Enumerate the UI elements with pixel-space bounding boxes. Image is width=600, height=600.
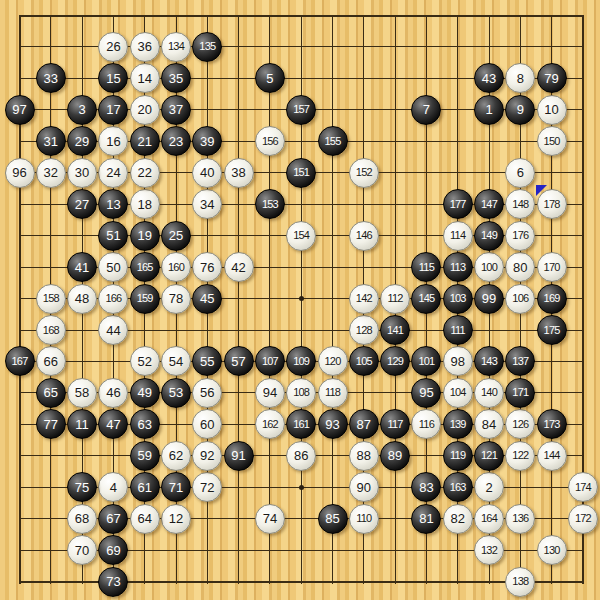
stone-169: 169: [537, 284, 567, 314]
move-number: 62: [169, 449, 183, 462]
stone-156: 156: [255, 126, 285, 156]
move-number: 21: [137, 135, 151, 148]
stone-85: 85: [318, 504, 348, 534]
move-number: 71: [169, 481, 183, 494]
stone-61: 61: [130, 472, 160, 502]
stone-42: 42: [224, 252, 254, 282]
stone-176: 176: [505, 221, 535, 251]
move-number: 137: [512, 356, 528, 367]
star-point: [299, 296, 304, 301]
stone-2: 2: [474, 472, 504, 502]
move-number: 140: [481, 387, 497, 398]
stone-89: 89: [380, 441, 410, 471]
move-number: 43: [482, 72, 496, 85]
stone-73: 73: [98, 567, 128, 597]
stone-22: 22: [130, 158, 160, 188]
stone-142: 142: [349, 284, 379, 314]
stone-69: 69: [98, 535, 128, 565]
move-number: 9: [517, 103, 524, 116]
move-number: 10: [544, 103, 558, 116]
stone-116: 116: [411, 409, 441, 439]
move-number: 42: [231, 261, 245, 274]
stone-36: 36: [130, 32, 160, 62]
stone-88: 88: [349, 441, 379, 471]
move-number: 52: [137, 355, 151, 368]
stone-141: 141: [380, 315, 410, 345]
stone-93: 93: [318, 409, 348, 439]
go-board[interactable]: 1234567891011121314151617181920212223242…: [0, 0, 600, 600]
stone-107: 107: [255, 346, 285, 376]
stone-111: 111: [443, 315, 473, 345]
move-number: 129: [387, 356, 403, 367]
move-number: 17: [106, 103, 120, 116]
move-number: 111: [451, 325, 465, 336]
move-number: 162: [262, 419, 278, 430]
stone-35: 35: [161, 63, 191, 93]
stone-63: 63: [130, 409, 160, 439]
stone-166: 166: [98, 284, 128, 314]
move-number: 161: [293, 419, 309, 430]
stone-39: 39: [192, 126, 222, 156]
stone-80: 80: [505, 252, 535, 282]
stone-8: 8: [505, 63, 535, 93]
stone-43: 43: [474, 63, 504, 93]
stone-12: 12: [161, 504, 191, 534]
stone-109: 109: [286, 346, 316, 376]
stone-97: 97: [5, 95, 35, 125]
move-number: 70: [75, 544, 89, 557]
move-number: 95: [419, 386, 433, 399]
move-number: 4: [110, 481, 117, 494]
stone-173: 173: [537, 409, 567, 439]
move-number: 159: [137, 293, 153, 304]
move-number: 117: [388, 419, 403, 430]
stone-83: 83: [411, 472, 441, 502]
stone-82: 82: [443, 504, 473, 534]
stone-24: 24: [98, 158, 128, 188]
stone-120: 120: [318, 346, 348, 376]
move-number: 27: [75, 198, 89, 211]
move-number: 61: [137, 481, 151, 494]
move-number: 92: [200, 449, 214, 462]
move-number: 118: [325, 387, 340, 398]
move-number: 122: [512, 450, 528, 461]
move-number: 93: [325, 418, 339, 431]
move-number: 100: [481, 262, 497, 273]
stone-161: 161: [286, 409, 316, 439]
stone-92: 92: [192, 441, 222, 471]
move-number: 24: [106, 166, 120, 179]
stone-64: 64: [130, 504, 160, 534]
move-number: 84: [482, 418, 496, 431]
stone-77: 77: [36, 409, 66, 439]
stone-140: 140: [474, 378, 504, 408]
move-number: 49: [137, 386, 151, 399]
stone-172: 172: [568, 504, 598, 534]
move-number: 145: [418, 293, 434, 304]
move-number: 176: [512, 230, 528, 241]
stone-15: 15: [98, 63, 128, 93]
move-number: 16: [106, 135, 120, 148]
stone-112: 112: [380, 284, 410, 314]
move-number: 116: [419, 419, 434, 430]
move-number: 34: [200, 198, 214, 211]
stone-55: 55: [192, 346, 222, 376]
grid-line-vertical: [332, 16, 333, 584]
move-number: 55: [200, 355, 214, 368]
stone-119: 119: [443, 441, 473, 471]
move-number: 106: [512, 293, 528, 304]
stone-98: 98: [443, 346, 473, 376]
stone-167: 167: [5, 346, 35, 376]
move-number: 177: [450, 199, 466, 210]
move-number: 99: [482, 292, 496, 305]
stone-1: 1: [474, 95, 504, 125]
move-number: 167: [12, 356, 28, 367]
stone-126: 126: [505, 409, 535, 439]
stone-143: 143: [474, 346, 504, 376]
stone-145: 145: [411, 284, 441, 314]
move-number: 19: [137, 229, 151, 242]
move-number: 156: [262, 136, 278, 147]
move-number: 77: [44, 418, 58, 431]
move-number: 178: [544, 199, 560, 210]
stone-110: 110: [349, 504, 379, 534]
move-number: 175: [544, 325, 560, 336]
move-number: 60: [200, 418, 214, 431]
move-number: 39: [200, 135, 214, 148]
stone-132: 132: [474, 535, 504, 565]
move-number: 57: [231, 355, 245, 368]
move-number: 38: [231, 166, 245, 179]
move-number: 7: [423, 103, 430, 116]
stone-81: 81: [411, 504, 441, 534]
stone-16: 16: [98, 126, 128, 156]
stone-114: 114: [443, 221, 473, 251]
stone-94: 94: [255, 378, 285, 408]
move-number: 130: [544, 545, 560, 556]
stone-96: 96: [5, 158, 35, 188]
go-game-record-screenshot: 1234567891011121314151617181920212223242…: [0, 0, 600, 600]
stone-26: 26: [98, 32, 128, 62]
stone-129: 129: [380, 346, 410, 376]
stone-7: 7: [411, 95, 441, 125]
move-number: 107: [262, 356, 278, 367]
stone-104: 104: [443, 378, 473, 408]
stone-19: 19: [130, 221, 160, 251]
move-number: 8: [517, 72, 524, 85]
move-number: 40: [200, 166, 214, 179]
move-number: 81: [419, 512, 433, 525]
move-number: 72: [200, 481, 214, 494]
stone-158: 158: [36, 284, 66, 314]
stone-75: 75: [67, 472, 97, 502]
move-number: 58: [75, 386, 89, 399]
move-number: 158: [43, 293, 59, 304]
grid-line-vertical: [238, 16, 239, 584]
stone-151: 151: [286, 158, 316, 188]
stone-100: 100: [474, 252, 504, 282]
move-number: 147: [481, 199, 497, 210]
stone-144: 144: [537, 441, 567, 471]
stone-5: 5: [255, 63, 285, 93]
stone-51: 51: [98, 221, 128, 251]
stone-56: 56: [192, 378, 222, 408]
stone-117: 117: [380, 409, 410, 439]
stone-37: 37: [161, 95, 191, 125]
move-number: 154: [293, 230, 309, 241]
move-number: 139: [450, 419, 466, 430]
stone-44: 44: [98, 315, 128, 345]
stone-90: 90: [349, 472, 379, 502]
move-number: 128: [356, 325, 372, 336]
stone-175: 175: [537, 315, 567, 345]
stone-86: 86: [286, 441, 316, 471]
stone-33: 33: [36, 63, 66, 93]
stone-25: 25: [161, 221, 191, 251]
stone-62: 62: [161, 441, 191, 471]
stone-101: 101: [411, 346, 441, 376]
move-number: 114: [450, 230, 465, 241]
stone-106: 106: [505, 284, 535, 314]
stone-115: 115: [411, 252, 441, 282]
stone-21: 21: [130, 126, 160, 156]
move-number: 83: [419, 481, 433, 494]
move-number: 134: [168, 41, 184, 52]
grid-line-vertical: [269, 16, 270, 584]
stone-30: 30: [67, 158, 97, 188]
move-number: 31: [44, 135, 58, 148]
move-number: 149: [481, 230, 497, 241]
move-number: 44: [106, 324, 120, 337]
stone-171: 171: [505, 378, 535, 408]
stone-38: 38: [224, 158, 254, 188]
stone-49: 49: [130, 378, 160, 408]
move-number: 144: [544, 450, 560, 461]
stone-72: 72: [192, 472, 222, 502]
move-number: 59: [137, 449, 151, 462]
stone-76: 76: [192, 252, 222, 282]
stone-46: 46: [98, 378, 128, 408]
move-number: 170: [544, 262, 560, 273]
stone-4: 4: [98, 472, 128, 502]
move-number: 88: [357, 449, 371, 462]
stone-60: 60: [192, 409, 222, 439]
move-number: 80: [513, 261, 527, 274]
move-number: 171: [512, 387, 528, 398]
move-number: 142: [356, 293, 372, 304]
move-number: 164: [481, 513, 497, 524]
stone-71: 71: [161, 472, 191, 502]
stone-159: 159: [130, 284, 160, 314]
move-number: 68: [75, 512, 89, 525]
move-number: 112: [388, 293, 403, 304]
move-number: 90: [357, 481, 371, 494]
stone-67: 67: [98, 504, 128, 534]
move-number: 113: [450, 262, 465, 273]
stone-130: 130: [537, 535, 567, 565]
stone-178: 178: [537, 189, 567, 219]
stone-59: 59: [130, 441, 160, 471]
move-number: 89: [388, 449, 402, 462]
move-number: 166: [105, 293, 121, 304]
stone-122: 122: [505, 441, 535, 471]
stone-153: 153: [255, 189, 285, 219]
move-number: 132: [481, 545, 497, 556]
stone-118: 118: [318, 378, 348, 408]
move-number: 6: [517, 166, 524, 179]
stone-103: 103: [443, 284, 473, 314]
move-number: 105: [356, 356, 372, 367]
stone-27: 27: [67, 189, 97, 219]
stone-87: 87: [349, 409, 379, 439]
move-number: 46: [106, 386, 120, 399]
stone-162: 162: [255, 409, 285, 439]
stone-20: 20: [130, 95, 160, 125]
stone-154: 154: [286, 221, 316, 251]
move-number: 20: [137, 103, 151, 116]
stone-53: 53: [161, 378, 191, 408]
move-number: 41: [75, 261, 89, 274]
stone-165: 165: [130, 252, 160, 282]
move-number: 74: [263, 512, 277, 525]
move-number: 150: [544, 136, 560, 147]
move-number: 37: [169, 103, 183, 116]
move-number: 64: [137, 512, 151, 525]
move-number: 163: [450, 482, 466, 493]
stone-164: 164: [474, 504, 504, 534]
stone-47: 47: [98, 409, 128, 439]
stone-17: 17: [98, 95, 128, 125]
move-number: 121: [481, 450, 497, 461]
move-number: 32: [44, 166, 58, 179]
stone-34: 34: [192, 189, 222, 219]
move-number: 153: [262, 199, 278, 210]
move-number: 86: [294, 449, 308, 462]
move-number: 25: [169, 229, 183, 242]
move-number: 148: [512, 199, 528, 210]
move-number: 36: [137, 40, 151, 53]
stone-160: 160: [161, 252, 191, 282]
stone-48: 48: [67, 284, 97, 314]
stone-121: 121: [474, 441, 504, 471]
move-number: 22: [137, 166, 151, 179]
stone-105: 105: [349, 346, 379, 376]
stone-14: 14: [130, 63, 160, 93]
stone-70: 70: [67, 535, 97, 565]
stone-157: 157: [286, 95, 316, 125]
move-number: 26: [106, 40, 120, 53]
move-number: 15: [106, 72, 120, 85]
stone-11: 11: [67, 409, 97, 439]
move-number: 160: [168, 262, 184, 273]
move-number: 168: [43, 325, 59, 336]
move-number: 172: [575, 513, 591, 524]
move-number: 87: [357, 418, 371, 431]
move-number: 143: [481, 356, 497, 367]
move-number: 35: [169, 72, 183, 85]
move-number: 98: [450, 355, 464, 368]
move-number: 152: [356, 167, 372, 178]
move-number: 120: [325, 356, 341, 367]
stone-84: 84: [474, 409, 504, 439]
stone-136: 136: [505, 504, 535, 534]
move-number: 11: [75, 418, 89, 431]
move-number: 101: [418, 356, 434, 367]
move-number: 5: [266, 72, 273, 85]
move-number: 126: [512, 419, 528, 430]
move-number: 135: [199, 41, 215, 52]
stone-50: 50: [98, 252, 128, 282]
stone-137: 137: [505, 346, 535, 376]
stone-6: 6: [505, 158, 535, 188]
move-number: 14: [137, 72, 151, 85]
stone-79: 79: [537, 63, 567, 93]
move-number: 115: [419, 262, 434, 273]
move-number: 173: [544, 419, 560, 430]
move-number: 2: [485, 481, 492, 494]
stone-148: 148: [505, 189, 535, 219]
stone-29: 29: [67, 126, 97, 156]
stone-163: 163: [443, 472, 473, 502]
move-number: 169: [544, 293, 560, 304]
move-number: 33: [44, 72, 58, 85]
move-number: 136: [512, 513, 528, 524]
move-number: 119: [450, 450, 465, 461]
stone-3: 3: [67, 95, 97, 125]
move-number: 51: [106, 229, 120, 242]
move-number: 78: [169, 292, 183, 305]
move-number: 56: [200, 386, 214, 399]
stone-135: 135: [192, 32, 222, 62]
move-number: 63: [137, 418, 151, 431]
stone-45: 45: [192, 284, 222, 314]
stone-139: 139: [443, 409, 473, 439]
stone-74: 74: [255, 504, 285, 534]
move-number: 48: [75, 292, 89, 305]
move-number: 97: [12, 103, 26, 116]
stone-66: 66: [36, 346, 66, 376]
move-number: 23: [169, 135, 183, 148]
move-number: 155: [325, 136, 341, 147]
move-number: 91: [231, 449, 245, 462]
move-number: 138: [512, 576, 528, 587]
move-number: 18: [137, 198, 151, 211]
stone-149: 149: [474, 221, 504, 251]
move-number: 3: [78, 103, 85, 116]
stone-138: 138: [505, 567, 535, 597]
stone-58: 58: [67, 378, 97, 408]
move-number: 73: [106, 575, 120, 588]
move-number: 103: [450, 293, 466, 304]
stone-113: 113: [443, 252, 473, 282]
last-move-marker: [536, 185, 547, 196]
move-number: 157: [293, 104, 309, 115]
stone-18: 18: [130, 189, 160, 219]
move-number: 29: [75, 135, 89, 148]
stone-9: 9: [505, 95, 535, 125]
stone-168: 168: [36, 315, 66, 345]
move-number: 146: [356, 230, 372, 241]
stone-52: 52: [130, 346, 160, 376]
stone-150: 150: [537, 126, 567, 156]
stone-95: 95: [411, 378, 441, 408]
stone-152: 152: [349, 158, 379, 188]
move-number: 69: [106, 544, 120, 557]
move-number: 165: [137, 262, 153, 273]
stone-147: 147: [474, 189, 504, 219]
stone-13: 13: [98, 189, 128, 219]
